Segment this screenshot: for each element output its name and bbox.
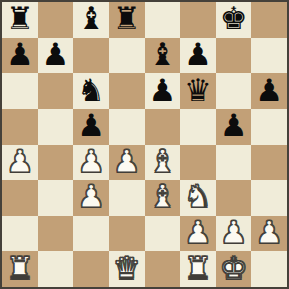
piece-white-pawn-a4[interactable]: ♟: [6, 146, 34, 177]
square-e7[interactable]: ♝: [145, 38, 181, 74]
square-a8[interactable]: ♜: [2, 2, 38, 38]
square-c2[interactable]: [73, 216, 109, 252]
square-d2[interactable]: [109, 216, 145, 252]
square-d4[interactable]: ♟: [109, 145, 145, 181]
square-e1[interactable]: [145, 251, 181, 287]
piece-black-queen-f6[interactable]: ♛: [184, 75, 212, 106]
chess-board-frame: ♜♝♜♚♟♟♝♟♞♟♛♟♟♟♟♟♟♝♟♝♞♟♟♟♜♛♜♚: [0, 0, 289, 289]
square-f3[interactable]: ♞: [180, 180, 216, 216]
square-a1[interactable]: ♜: [2, 251, 38, 287]
square-h7[interactable]: [251, 38, 287, 74]
square-f8[interactable]: [180, 2, 216, 38]
square-h5[interactable]: [251, 109, 287, 145]
square-f6[interactable]: ♛: [180, 73, 216, 109]
square-g3[interactable]: [216, 180, 252, 216]
piece-black-pawn-e6[interactable]: ♟: [148, 75, 176, 106]
square-g6[interactable]: [216, 73, 252, 109]
piece-white-rook-a1[interactable]: ♜: [6, 253, 34, 284]
square-e8[interactable]: [145, 2, 181, 38]
piece-white-rook-f1[interactable]: ♜: [184, 253, 212, 284]
square-c5[interactable]: ♟: [73, 109, 109, 145]
square-c4[interactable]: ♟: [73, 145, 109, 181]
square-b2[interactable]: [38, 216, 74, 252]
piece-white-pawn-c4[interactable]: ♟: [77, 146, 105, 177]
square-g1[interactable]: ♚: [216, 251, 252, 287]
square-d3[interactable]: [109, 180, 145, 216]
square-c7[interactable]: [73, 38, 109, 74]
square-a6[interactable]: [2, 73, 38, 109]
square-e3[interactable]: ♝: [145, 180, 181, 216]
square-h1[interactable]: [251, 251, 287, 287]
square-d7[interactable]: [109, 38, 145, 74]
square-a2[interactable]: [2, 216, 38, 252]
square-c8[interactable]: ♝: [73, 2, 109, 38]
square-c1[interactable]: [73, 251, 109, 287]
square-f1[interactable]: ♜: [180, 251, 216, 287]
square-b4[interactable]: [38, 145, 74, 181]
piece-black-pawn-c5[interactable]: ♟: [77, 110, 105, 141]
square-a5[interactable]: [2, 109, 38, 145]
square-a7[interactable]: ♟: [2, 38, 38, 74]
square-f7[interactable]: ♟: [180, 38, 216, 74]
piece-black-knight-c6[interactable]: ♞: [77, 75, 105, 106]
square-d5[interactable]: [109, 109, 145, 145]
square-g5[interactable]: ♟: [216, 109, 252, 145]
piece-white-pawn-d4[interactable]: ♟: [113, 146, 141, 177]
piece-white-knight-f3[interactable]: ♞: [184, 181, 212, 212]
piece-black-bishop-c8[interactable]: ♝: [77, 3, 105, 34]
square-f2[interactable]: ♟: [180, 216, 216, 252]
square-f5[interactable]: [180, 109, 216, 145]
piece-white-pawn-h2[interactable]: ♟: [255, 217, 283, 248]
square-c6[interactable]: ♞: [73, 73, 109, 109]
square-d1[interactable]: ♛: [109, 251, 145, 287]
piece-black-rook-a8[interactable]: ♜: [6, 3, 34, 34]
piece-black-king-g8[interactable]: ♚: [220, 3, 248, 34]
square-b3[interactable]: [38, 180, 74, 216]
piece-white-king-g1[interactable]: ♚: [220, 253, 248, 284]
square-f4[interactable]: [180, 145, 216, 181]
square-h4[interactable]: [251, 145, 287, 181]
square-g7[interactable]: [216, 38, 252, 74]
square-b7[interactable]: ♟: [38, 38, 74, 74]
square-b8[interactable]: [38, 2, 74, 38]
piece-black-rook-d8[interactable]: ♜: [113, 3, 141, 34]
piece-black-pawn-h6[interactable]: ♟: [255, 75, 283, 106]
piece-white-bishop-e4[interactable]: ♝: [148, 146, 176, 177]
square-g4[interactable]: [216, 145, 252, 181]
piece-white-pawn-f2[interactable]: ♟: [184, 217, 212, 248]
square-d6[interactable]: [109, 73, 145, 109]
square-h6[interactable]: ♟: [251, 73, 287, 109]
square-c3[interactable]: ♟: [73, 180, 109, 216]
piece-black-pawn-b7[interactable]: ♟: [42, 39, 70, 70]
square-h8[interactable]: [251, 2, 287, 38]
square-d8[interactable]: ♜: [109, 2, 145, 38]
piece-black-pawn-g5[interactable]: ♟: [220, 110, 248, 141]
chess-board: ♜♝♜♚♟♟♝♟♞♟♛♟♟♟♟♟♟♝♟♝♞♟♟♟♜♛♜♚: [2, 2, 287, 287]
square-h2[interactable]: ♟: [251, 216, 287, 252]
square-g2[interactable]: ♟: [216, 216, 252, 252]
piece-black-pawn-f7[interactable]: ♟: [184, 39, 212, 70]
square-g8[interactable]: ♚: [216, 2, 252, 38]
piece-white-pawn-g2[interactable]: ♟: [220, 217, 248, 248]
square-e4[interactable]: ♝: [145, 145, 181, 181]
square-e2[interactable]: [145, 216, 181, 252]
piece-white-queen-d1[interactable]: ♛: [113, 253, 141, 284]
piece-black-bishop-e7[interactable]: ♝: [148, 39, 176, 70]
square-e5[interactable]: [145, 109, 181, 145]
square-h3[interactable]: [251, 180, 287, 216]
square-b1[interactable]: [38, 251, 74, 287]
square-e6[interactable]: ♟: [145, 73, 181, 109]
square-b5[interactable]: [38, 109, 74, 145]
piece-black-pawn-a7[interactable]: ♟: [6, 39, 34, 70]
piece-white-pawn-c3[interactable]: ♟: [77, 181, 105, 212]
square-a3[interactable]: [2, 180, 38, 216]
square-a4[interactable]: ♟: [2, 145, 38, 181]
piece-white-bishop-e3[interactable]: ♝: [148, 181, 176, 212]
square-b6[interactable]: [38, 73, 74, 109]
